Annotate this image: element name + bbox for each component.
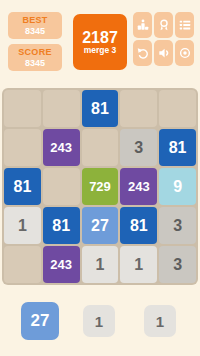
best-score-badge: BEST 8345 (8, 12, 62, 39)
record-dot-button[interactable] (175, 40, 194, 66)
board-cell-r5c1-empty[interactable] (4, 246, 41, 283)
next-tile-3[interactable]: 1 (144, 305, 176, 337)
board-cell-r2c2-tile-243[interactable]: 243 (43, 129, 80, 166)
leaderboard-button[interactable] (175, 12, 194, 38)
leaderboard-list-icon (178, 18, 192, 32)
sound-button[interactable] (154, 40, 173, 66)
record-dot-icon (178, 46, 192, 60)
game-mode-label: merge 3 (84, 46, 117, 55)
score-value: 8345 (25, 58, 45, 68)
current-score-badge: SCORE 8345 (8, 44, 62, 71)
board-cell-r2c5-tile-81[interactable]: 81 (159, 129, 196, 166)
board-cell-r1c2-empty[interactable] (43, 90, 80, 127)
board-cell-r1c5-empty[interactable] (159, 90, 196, 127)
board-cell-r3c5-tile-9[interactable]: 9 (159, 168, 196, 205)
board-cell-r3c3-tile-729[interactable]: 729 (82, 168, 119, 205)
game-screen: BEST 8345 SCORE 8345 2187 merge 3 (0, 0, 200, 356)
board-cell-r2c3-empty[interactable] (82, 129, 119, 166)
board[interactable]: 8124338181729243918127813243113 (2, 88, 198, 285)
target-tile-value: 2187 (82, 29, 118, 47)
medal-icon (157, 18, 171, 32)
board-cell-r5c4-tile-1[interactable]: 1 (120, 246, 157, 283)
next-tile-1-selected[interactable]: 27 (21, 302, 59, 340)
board-cell-r4c3-tile-27[interactable]: 27 (82, 207, 119, 244)
board-cell-r4c4-tile-81[interactable]: 81 (120, 207, 157, 244)
score-label: SCORE (18, 47, 52, 57)
sound-icon (157, 46, 171, 60)
board-cell-r4c5-tile-3[interactable]: 3 (159, 207, 196, 244)
undo-button[interactable] (133, 40, 152, 66)
target-tile-badge: 2187 merge 3 (73, 14, 127, 70)
header-button-grid (133, 12, 194, 66)
board-cell-r2c1-empty[interactable] (4, 129, 41, 166)
podium-button[interactable] (133, 12, 152, 38)
medal-button[interactable] (154, 12, 173, 38)
best-value: 8345 (25, 26, 45, 36)
board-cell-r4c1-tile-1[interactable]: 1 (4, 207, 41, 244)
board-cell-r1c4-empty[interactable] (120, 90, 157, 127)
next-tile-2[interactable]: 1 (83, 305, 115, 337)
best-label: BEST (22, 15, 47, 25)
board-cell-r3c1-tile-81[interactable]: 81 (4, 168, 41, 205)
board-cell-r1c3-tile-81[interactable]: 81 (82, 90, 119, 127)
undo-icon (136, 46, 150, 60)
board-cell-r5c2-tile-243[interactable]: 243 (43, 246, 80, 283)
board-cell-r4c2-tile-81[interactable]: 81 (43, 207, 80, 244)
board-cell-r2c4-tile-3[interactable]: 3 (120, 129, 157, 166)
board-cell-r5c5-tile-3[interactable]: 3 (159, 246, 196, 283)
board-cell-r3c4-tile-243[interactable]: 243 (120, 168, 157, 205)
board-cell-r3c2-empty[interactable] (43, 168, 80, 205)
podium-icon (136, 18, 150, 32)
board-cell-r1c1-empty[interactable] (4, 90, 41, 127)
board-cell-r5c3-tile-1[interactable]: 1 (82, 246, 119, 283)
